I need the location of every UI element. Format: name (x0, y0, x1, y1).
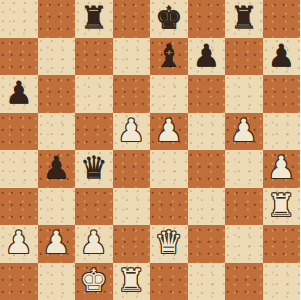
square-g6[interactable] (225, 75, 263, 113)
square-g8[interactable]: ♜ (225, 0, 263, 38)
square-h4[interactable]: ♟ (263, 150, 301, 188)
square-g7[interactable] (225, 38, 263, 76)
square-d8[interactable] (113, 0, 151, 38)
square-g4[interactable] (225, 150, 263, 188)
square-h8[interactable] (263, 0, 301, 38)
square-g3[interactable] (225, 188, 263, 226)
square-d6[interactable] (113, 75, 151, 113)
square-d5[interactable]: ♟ (113, 113, 151, 151)
piece-black-bishop[interactable]: ♝ (155, 40, 183, 71)
piece-white-pawn[interactable]: ♟ (155, 115, 183, 146)
piece-white-pawn[interactable]: ♟ (117, 115, 145, 146)
piece-white-rook[interactable]: ♜ (267, 190, 295, 221)
square-a3[interactable] (0, 188, 38, 226)
square-e1[interactable] (150, 263, 188, 300)
piece-white-rook[interactable]: ♜ (117, 265, 145, 296)
square-f7[interactable]: ♟ (188, 38, 226, 76)
square-b2[interactable]: ♟ (38, 225, 76, 263)
square-d4[interactable] (113, 150, 151, 188)
square-c2[interactable]: ♟ (75, 225, 113, 263)
square-b8[interactable] (38, 0, 76, 38)
piece-black-pawn[interactable]: ♟ (267, 40, 295, 71)
square-c5[interactable] (75, 113, 113, 151)
square-f6[interactable] (188, 75, 226, 113)
square-a4[interactable] (0, 150, 38, 188)
square-d3[interactable] (113, 188, 151, 226)
square-h6[interactable] (263, 75, 301, 113)
square-b5[interactable] (38, 113, 76, 151)
piece-white-pawn[interactable]: ♟ (80, 227, 108, 258)
piece-white-queen[interactable]: ♛ (155, 227, 183, 258)
piece-black-rook[interactable]: ♜ (80, 2, 108, 33)
piece-white-pawn[interactable]: ♟ (267, 152, 295, 183)
square-a8[interactable] (0, 0, 38, 38)
square-g5[interactable]: ♟ (225, 113, 263, 151)
square-c4[interactable]: ♛ (75, 150, 113, 188)
square-b6[interactable] (38, 75, 76, 113)
piece-white-king[interactable]: ♚ (80, 265, 108, 296)
square-f2[interactable] (188, 225, 226, 263)
piece-black-queen[interactable]: ♛ (80, 152, 108, 183)
square-e3[interactable] (150, 188, 188, 226)
chess-board: ♜♚♜♝♟♟♟♟♟♟♟♛♟♜♟♟♟♛♚♜ (0, 0, 300, 300)
square-b1[interactable] (38, 263, 76, 300)
piece-black-king[interactable]: ♚ (155, 2, 183, 33)
piece-white-pawn[interactable]: ♟ (42, 227, 70, 258)
square-b4[interactable]: ♟ (38, 150, 76, 188)
square-h3[interactable]: ♜ (263, 188, 301, 226)
square-h1[interactable] (263, 263, 301, 300)
chess-board-wrapper: ♜♚♜♝♟♟♟♟♟♟♟♛♟♜♟♟♟♛♚♜ (0, 0, 300, 300)
square-a5[interactable] (0, 113, 38, 151)
square-g1[interactable] (225, 263, 263, 300)
square-f3[interactable] (188, 188, 226, 226)
square-g2[interactable] (225, 225, 263, 263)
piece-black-pawn[interactable]: ♟ (192, 40, 220, 71)
square-c1[interactable]: ♚ (75, 263, 113, 300)
square-c6[interactable] (75, 75, 113, 113)
square-c3[interactable] (75, 188, 113, 226)
square-e8[interactable]: ♚ (150, 0, 188, 38)
square-f1[interactable] (188, 263, 226, 300)
square-e4[interactable] (150, 150, 188, 188)
square-f4[interactable] (188, 150, 226, 188)
square-f5[interactable] (188, 113, 226, 151)
square-h7[interactable]: ♟ (263, 38, 301, 76)
square-e6[interactable] (150, 75, 188, 113)
square-e2[interactable]: ♛ (150, 225, 188, 263)
piece-white-pawn[interactable]: ♟ (230, 115, 258, 146)
square-d2[interactable] (113, 225, 151, 263)
piece-black-rook[interactable]: ♜ (230, 2, 258, 33)
square-a1[interactable] (0, 263, 38, 300)
square-b7[interactable] (38, 38, 76, 76)
square-c7[interactable] (75, 38, 113, 76)
square-h2[interactable] (263, 225, 301, 263)
square-e5[interactable]: ♟ (150, 113, 188, 151)
piece-black-pawn[interactable]: ♟ (5, 77, 33, 108)
square-d7[interactable] (113, 38, 151, 76)
square-c8[interactable]: ♜ (75, 0, 113, 38)
square-a6[interactable]: ♟ (0, 75, 38, 113)
square-f8[interactable] (188, 0, 226, 38)
piece-black-pawn[interactable]: ♟ (42, 152, 70, 183)
square-d1[interactable]: ♜ (113, 263, 151, 300)
square-e7[interactable]: ♝ (150, 38, 188, 76)
square-a7[interactable] (0, 38, 38, 76)
square-a2[interactable]: ♟ (0, 225, 38, 263)
square-b3[interactable] (38, 188, 76, 226)
piece-white-pawn[interactable]: ♟ (5, 227, 33, 258)
square-h5[interactable] (263, 113, 301, 151)
